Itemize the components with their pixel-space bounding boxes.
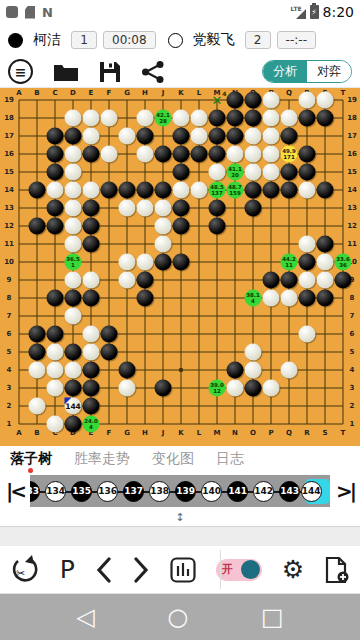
white-clock: --:-- [277,31,316,49]
coord-label: 5 [7,348,12,356]
stone-white-O4 [245,362,262,379]
white-stone-icon [168,33,183,48]
toggle-on-label: 开 [222,562,233,577]
coord-label: 15 [347,168,357,176]
stone-white-N16 [227,146,244,163]
stone-black-C16 [47,146,64,163]
stone-black-P9 [263,272,280,289]
chart-button[interactable] [170,557,196,583]
stone-black-E2 [83,398,100,415]
stone-white-R14 [299,182,316,199]
coord-label: 15 [4,168,14,176]
stone-white-G17 [119,128,136,145]
tab-move-tree[interactable]: 落子树 [10,450,52,468]
move-circle-133[interactable]: 133 [30,481,40,502]
coord-label: 13 [4,204,14,212]
stone-black-H8 [137,290,154,307]
stone-white-C1 [47,416,64,433]
toolbar-divider [220,550,221,589]
coord-label: H [142,89,148,97]
bottom-tabs: 落子树 胜率走势 变化图 日志 [0,446,360,472]
coord-label: 2 [7,402,12,410]
stone-white-G3 [119,380,136,397]
stone-black-J10 [155,254,172,271]
stone-black-E12 [83,218,100,235]
stone-black-R10 [299,254,316,271]
stone-white-L18 [191,110,208,127]
coord-label: 8 [7,294,12,302]
stone-black-N18 [227,110,244,127]
coord-label: B [34,89,39,97]
stone-white-D16 [65,146,82,163]
stone-black-N4 [227,362,244,379]
coord-label: P [268,429,273,437]
move-circle-135[interactable]: 135 [71,481,92,502]
coord-label: G [124,89,130,97]
svg-text:✂: ✂ [16,567,25,580]
coord-label: J [162,89,165,97]
stone-black-F5 [101,344,118,361]
coord-label: 12 [347,222,357,230]
stone-white-D15 [65,164,82,181]
stone-black-C12 [47,218,64,235]
coord-label: 18 [347,114,357,122]
black-stone-icon [8,33,23,48]
stone-white-K18 [173,110,190,127]
coord-label: 18 [4,114,14,122]
stone-white-G10 [119,254,136,271]
stone-white-S19 [317,92,334,109]
stone-black-O14 [245,182,262,199]
stone-black-Q15 [281,164,298,181]
stone-black-B12 [29,218,46,235]
stone-white-D18 [65,110,82,127]
app-toolbar: ≡ 分析 对弈 [0,56,360,88]
move-circle-142[interactable]: 142 [253,481,274,502]
coord-label: 17 [4,132,14,140]
coord-label: C [52,89,57,97]
stone-black-E11 [83,236,100,253]
coord-label: F [107,89,112,97]
coord-label: F [107,429,112,437]
coord-label: K [178,429,183,437]
stone-black-Q14 [281,182,298,199]
stone-white-J11 [155,236,172,253]
stone-black-M16 [209,146,226,163]
stone-black-K16 [173,146,190,163]
coord-label: A [16,89,21,97]
mode-switch: 分析 对弈 [262,60,352,83]
stone-white-N3 [227,380,244,397]
stone-white-C14 [47,182,64,199]
stone-black-H17 [137,128,154,145]
ai-winrate-label-M14: 48.5137 [209,182,226,199]
coord-label: 4 [7,366,12,374]
stone-black-K13 [173,200,190,217]
stone-white-H13 [137,200,154,217]
stone-black-H9 [137,272,154,289]
nfc-icon: N [42,5,53,20]
stone-black-S11 [317,236,334,253]
stone-white-S9 [317,272,334,289]
stone-white-D14 [65,182,82,199]
stone-white-P17 [263,128,280,145]
stone-white-R11 [299,236,316,253]
white-player-name: 党毅飞 [193,31,235,49]
tab-winrate-trend[interactable]: 胜率走势 [74,450,130,468]
white-captures-badge: 2 [245,31,271,49]
stone-black-K12 [173,218,190,235]
stone-black-J16 [155,146,172,163]
stone-white-P19 [263,92,280,109]
stone-black-D17 [65,128,82,145]
stone-white-C4 [47,362,64,379]
save-icon[interactable] [99,61,121,83]
stone-white-Q4 [281,362,298,379]
stone-white-D13 [65,200,82,217]
stone-black-Q9 [281,272,298,289]
coord-label: G [124,429,130,437]
menu-icon[interactable]: ≡ [8,59,33,84]
stone-black-J3 [155,380,172,397]
ai-winrate-label-N15: 41.120 [227,164,244,181]
candidate-marker-M19: ✕4 [212,94,223,107]
nav-back-button[interactable]: ◁ [76,605,94,629]
stone-black-D5 [65,344,82,361]
stone-white-L14 [191,182,208,199]
stone-white-D4 [65,362,82,379]
coord-label: 14 [4,186,14,194]
stone-black-C13 [47,200,64,217]
coord-label: E [89,89,94,97]
ai-winrate-label-Q10: 44.211 [281,254,298,271]
coord-label: A [16,429,21,437]
jump-to-end-button[interactable]: >| [330,479,360,503]
stone-white-D11 [65,236,82,253]
stone-black-O3 [245,380,262,397]
stone-black-D3 [65,380,82,397]
stone-black-B5 [29,344,46,361]
coord-label: 3 [7,384,12,392]
stone-black-S18 [317,110,334,127]
toggle-knob [241,560,260,579]
coord-label: Q [286,89,292,97]
stone-white-E6 [83,326,100,343]
coord-label: 6 [350,330,355,338]
coord-label: 11 [347,240,357,248]
coord-label: 5 [350,348,355,356]
stone-white-G13 [119,200,136,217]
coord-label: 9 [7,276,12,284]
stone-black-C17 [47,128,64,145]
coord-label: 6 [7,330,12,338]
stone-black-O19 [245,92,262,109]
ai-winrate-label-Q16: 49.9171 [281,146,298,163]
stone-white-H16 [137,146,154,163]
move-circle-140[interactable]: 140 [201,481,222,502]
ai-winrate-label-D10: 36.51 [65,254,82,271]
stone-black-R15 [299,164,316,181]
stone-black-T9 [335,272,352,289]
battery-charging-icon: ⚡ [310,5,319,19]
stone-black-S8 [317,290,334,307]
move-navigation-bar: |< 133134135136137138139140141142143144 … [0,472,360,510]
coord-label: 3 [350,384,355,392]
nav-home-button[interactable]: ○ [167,605,188,629]
coord-label: L [197,89,201,97]
stone-white-J13 [155,200,172,217]
mode-analysis-button[interactable]: 分析 [263,61,307,82]
stone-black-C6 [47,326,64,343]
coord-label: 1 [7,420,12,428]
new-file-button[interactable] [324,556,350,584]
stone-black-F14 [101,182,118,199]
stone-white-E5 [83,344,100,361]
stone-white-P8 [263,290,280,307]
open-folder-icon[interactable] [53,61,79,83]
move-list-strip[interactable]: 133134135136137138139140141142143144 [30,475,330,507]
player-bar: 柯洁 1 00:08 党毅飞 2 --:-- [0,24,360,56]
black-player-name: 柯洁 [33,31,61,49]
stone-black-O13 [245,200,262,217]
stone-black-M18 [209,110,226,127]
stone-black-G14 [119,182,136,199]
star-point [179,368,183,372]
coord-label: T [341,429,346,437]
stone-white-O16 [245,146,262,163]
next-move-button[interactable] [132,557,150,583]
stone-black-H14 [137,182,154,199]
ai-winrate-label-E1: 24.04 [83,416,100,433]
stone-white-S10 [317,254,334,271]
tab-variation-diagram[interactable]: 变化图 [152,450,194,468]
stone-white-O15 [245,164,262,181]
stone-white-E17 [83,128,100,145]
stone-white-C5 [47,344,64,361]
stone-white-P18 [263,110,280,127]
coord-label: 14 [347,186,357,194]
coord-label: N [232,429,238,437]
stone-white-K14 [173,182,190,199]
coord-label: 17 [347,132,357,140]
stone-black-N19 [227,92,244,109]
stone-white-O5 [245,344,262,361]
stone-white-D7 [65,308,82,325]
stone-black-B14 [29,182,46,199]
stone-black-R18 [299,110,316,127]
stone-black-R8 [299,290,316,307]
ai-winrate-label-M3: 39.012 [209,380,226,397]
coord-label: R [304,429,309,437]
stone-black-K15 [173,164,190,181]
stone-white-P16 [263,146,280,163]
stone-black-K17 [173,128,190,145]
move-circle-139[interactable]: 139 [175,481,196,502]
ai-winrate-label-J18: 42.128 [155,110,172,127]
stone-black-B6 [29,326,46,343]
coord-label: 19 [4,96,14,104]
status-bar: N LTE ⚡ 8:20 [0,0,360,24]
share-icon[interactable] [141,60,165,84]
black-clock: 00:08 [103,31,156,49]
coord-label: 8 [350,294,355,302]
tab-log[interactable]: 日志 [216,450,244,468]
move-circle-144[interactable]: 144 [301,481,322,502]
stone-black-C8 [47,290,64,307]
stone-white-R19 [299,92,316,109]
coord-label: Q [286,429,292,437]
coord-label: 16 [4,150,14,158]
stone-black-D8 [65,290,82,307]
stone-black-K10 [173,254,190,271]
move-circle-141[interactable]: 141 [227,481,248,502]
coord-label: 4 [350,366,355,374]
stone-black-J14 [155,182,172,199]
coord-label: K [178,89,183,97]
stone-white-P15 [263,164,280,181]
coord-label: B [34,429,39,437]
stone-black-R16 [299,146,316,163]
coord-label: 7 [350,312,355,320]
stone-black-Q17 [281,128,298,145]
stone-black-E8 [83,290,100,307]
jump-to-start-button[interactable]: |< [0,479,30,503]
stone-white-E18 [83,110,100,127]
prev-move-button[interactable] [95,557,113,583]
current-move-highlight[interactable]: 144 [305,479,330,504]
stone-white-G9 [119,272,136,289]
stone-black-O18 [245,110,262,127]
stone-black-D1 [65,416,82,433]
stone-black-E13 [83,200,100,217]
mode-play-button[interactable]: 对弈 [307,61,351,82]
coord-label: 12 [4,222,14,230]
move-circle-138[interactable]: 138 [149,481,170,502]
lte-signal-icon: LTE [291,5,306,19]
coord-label: 11 [4,240,14,248]
move-circle-136[interactable]: 136 [97,481,118,502]
stone-black-P14 [263,182,280,199]
coord-label: 1 [350,420,355,428]
stone-white-Q8 [281,290,298,307]
coord-label: 13 [347,204,357,212]
stone-white-C3 [47,380,64,397]
coord-label: O [250,429,256,437]
stone-white-F18 [101,110,118,127]
coord-label: 19 [347,96,357,104]
undo-cut-icon[interactable]: ✂ [10,555,40,585]
sim-card-icon [25,6,35,19]
stone-black-S14 [317,182,334,199]
coord-label: M [214,429,221,437]
stone-white-F16 [101,146,118,163]
stone-black-M17 [209,128,226,145]
ai-winrate-label-O8: 38.14 [245,290,262,307]
stone-white-L17 [191,128,208,145]
last-move-stone-D2: 144 [65,398,82,415]
stone-white-D12 [65,218,82,235]
move-circle-143[interactable]: 143 [279,481,300,502]
coord-label: D [70,89,76,97]
stone-white-H18 [137,110,154,127]
ai-winrate-label-T10: 33.636 [335,254,352,271]
stone-black-E16 [83,146,100,163]
stone-white-M15 [209,164,226,181]
notification-square-icon [6,6,18,18]
stone-black-E4 [83,362,100,379]
move-circle-137[interactable]: 137 [123,481,144,502]
nav-recents-button[interactable]: □ [261,605,284,629]
coord-label: T [341,89,346,97]
settings-gear-icon[interactable]: ⚙ [282,557,304,582]
coord-label: S [322,429,327,437]
panel-resize-handle[interactable]: ↕ [0,510,360,546]
stone-white-B2 [29,398,46,415]
ai-on-toggle[interactable]: 开 [216,559,262,581]
stone-black-C15 [47,164,64,181]
stone-black-F6 [101,326,118,343]
stone-white-D9 [65,272,82,289]
android-nav-bar: ◁ ○ □ [0,594,360,640]
stone-white-R6 [299,326,316,343]
stone-white-O17 [245,128,262,145]
coord-label: 2 [350,402,355,410]
stone-black-M13 [209,200,226,217]
stone-black-N17 [227,128,244,145]
coord-label: 10 [4,258,14,266]
stone-black-E3 [83,380,100,397]
stone-white-J12 [155,218,172,235]
stone-white-R9 [299,272,316,289]
resize-arrows-icon: ↕ [175,511,184,524]
ai-winrate-label-N14: 48.7159 [227,182,244,199]
black-captures-badge: 1 [71,31,97,49]
stone-white-H10 [137,254,154,271]
bottom-toolbar: ✂ P 开 ⚙ [0,546,360,594]
coord-label: H [142,429,148,437]
stone-white-E9 [83,272,100,289]
stone-white-Q18 [281,110,298,127]
stone-black-G4 [119,362,136,379]
stone-white-P3 [263,380,280,397]
stone-white-E14 [83,182,100,199]
stone-black-L16 [191,146,208,163]
pass-button[interactable]: P [60,555,75,584]
clock-time: 8:20 [323,4,354,20]
stone-black-M12 [209,218,226,235]
stone-white-B4 [29,362,46,379]
coord-label: 16 [347,150,357,158]
coord-label: 7 [7,312,12,320]
go-board[interactable]: AABBCCDDEEFFGGHHJJKKLLMMNNOOPPQQRRSSTT19… [0,88,360,446]
move-circle-134[interactable]: 134 [45,481,66,502]
coord-label: J [162,429,165,437]
coord-label: L [197,429,201,437]
